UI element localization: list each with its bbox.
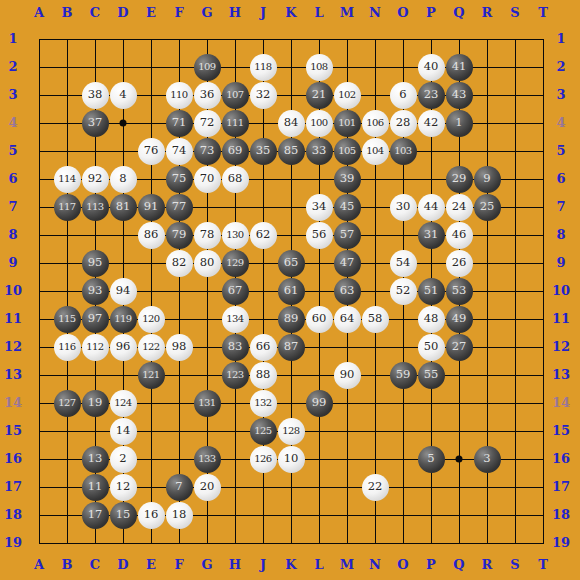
- stone-white-C3: 38: [82, 82, 109, 109]
- stone-black-K10: 61: [278, 278, 305, 305]
- stone-move-number: 57: [340, 229, 355, 241]
- coord-label-D: D: [109, 1, 137, 25]
- stone-move-number: 132: [254, 398, 271, 408]
- stone-move-number: 58: [368, 313, 383, 325]
- stone-move-number: 56: [312, 229, 327, 241]
- stone-move-number: 21: [312, 89, 327, 101]
- stone-white-Q8: 46: [446, 222, 473, 249]
- go-board-surface[interactable]: 1234567891011121314151617181920212223242…: [25, 25, 557, 557]
- stone-move-number: 74: [172, 145, 187, 157]
- stone-move-number: 20: [200, 481, 215, 493]
- stone-move-number: 2: [119, 453, 126, 465]
- stone-black-H9: 129: [222, 250, 249, 277]
- stone-move-number: 11: [88, 481, 103, 493]
- stone-move-number: 110: [170, 90, 187, 100]
- stone-white-E12: 122: [138, 334, 165, 361]
- stone-white-J13: 88: [250, 362, 277, 389]
- stone-white-B12: 116: [54, 334, 81, 361]
- stone-white-B6: 114: [54, 166, 81, 193]
- stone-move-number: 119: [114, 314, 131, 324]
- stone-white-D3: 4: [110, 82, 137, 109]
- stone-move-number: 80: [200, 257, 215, 269]
- stone-black-H5: 69: [222, 138, 249, 165]
- coord-label-G: G: [193, 1, 221, 25]
- stone-black-C4: 37: [82, 110, 109, 137]
- stone-move-number: 28: [396, 117, 411, 129]
- stone-black-L14: 99: [306, 390, 333, 417]
- stone-move-number: 133: [198, 454, 215, 464]
- stone-move-number: 25: [480, 201, 495, 213]
- stone-move-number: 52: [396, 285, 411, 297]
- coord-label-8: 8: [1, 221, 25, 249]
- stone-move-number: 105: [338, 146, 355, 156]
- stone-white-F9: 82: [166, 250, 193, 277]
- stone-black-R7: 25: [474, 194, 501, 221]
- stone-white-E5: 76: [138, 138, 165, 165]
- stone-move-number: 30: [396, 201, 411, 213]
- column-labels-top: ABCDEFGHJKLMNOPQRST: [25, 1, 557, 25]
- stone-white-C6: 92: [82, 166, 109, 193]
- coord-label-19: 19: [1, 529, 25, 557]
- stone-move-number: 123: [226, 370, 243, 380]
- stone-white-J12: 66: [250, 334, 277, 361]
- coord-label-B: B: [53, 1, 81, 25]
- stone-white-D14: 124: [110, 390, 137, 417]
- stone-move-number: 62: [256, 229, 271, 241]
- stone-move-number: 108: [310, 62, 327, 72]
- stone-move-number: 87: [284, 341, 299, 353]
- stone-black-G16: 133: [194, 446, 221, 473]
- stone-move-number: 130: [226, 230, 243, 240]
- stone-move-number: 43: [452, 89, 467, 101]
- stone-move-number: 120: [142, 314, 159, 324]
- stone-black-R6: 9: [474, 166, 501, 193]
- stone-white-P11: 48: [418, 306, 445, 333]
- stone-white-F12: 98: [166, 334, 193, 361]
- stone-black-L3: 21: [306, 82, 333, 109]
- stone-move-number: 23: [424, 89, 439, 101]
- stone-move-number: 124: [114, 398, 131, 408]
- coord-label-L: L: [305, 1, 333, 25]
- stone-white-O4: 28: [390, 110, 417, 137]
- stone-black-O5: 103: [390, 138, 417, 165]
- stone-move-number: 104: [366, 146, 383, 156]
- stone-white-G6: 70: [194, 166, 221, 193]
- stone-white-G17: 20: [194, 474, 221, 501]
- stone-white-K15: 128: [278, 418, 305, 445]
- stone-black-M8: 57: [334, 222, 361, 249]
- stone-move-number: 101: [338, 118, 355, 128]
- stone-white-G9: 80: [194, 250, 221, 277]
- stone-white-M3: 102: [334, 82, 361, 109]
- stone-black-F7: 77: [166, 194, 193, 221]
- stone-move-number: 83: [228, 341, 243, 353]
- stone-black-P10: 51: [418, 278, 445, 305]
- coord-label-K: K: [277, 1, 305, 25]
- stone-move-number: 66: [256, 341, 271, 353]
- stone-black-H13: 123: [222, 362, 249, 389]
- stone-move-number: 19: [88, 397, 103, 409]
- coord-label-S: S: [501, 1, 529, 25]
- stone-move-number: 65: [284, 257, 299, 269]
- stone-move-number: 129: [226, 258, 243, 268]
- stone-white-Q9: 26: [446, 250, 473, 277]
- stone-white-C12: 112: [82, 334, 109, 361]
- coord-label-3: 3: [1, 81, 25, 109]
- coord-label-R: R: [473, 1, 501, 25]
- stone-move-number: 67: [228, 285, 243, 297]
- stone-move-number: 82: [172, 257, 187, 269]
- coord-label-O: O: [389, 1, 417, 25]
- stone-white-F3: 110: [166, 82, 193, 109]
- stone-move-number: 59: [396, 369, 411, 381]
- coord-label-9: 9: [1, 249, 25, 277]
- stone-black-Q10: 53: [446, 278, 473, 305]
- stone-move-number: 46: [452, 229, 467, 241]
- stone-black-H10: 67: [222, 278, 249, 305]
- stone-black-L5: 33: [306, 138, 333, 165]
- coord-label-E: E: [137, 1, 165, 25]
- stone-black-M4: 101: [334, 110, 361, 137]
- stone-move-number: 34: [312, 201, 327, 213]
- stone-move-number: 40: [424, 61, 439, 73]
- stone-move-number: 86: [144, 229, 159, 241]
- stone-black-B14: 127: [54, 390, 81, 417]
- coord-label-7: 7: [1, 193, 25, 221]
- stone-black-K11: 89: [278, 306, 305, 333]
- stone-move-number: 26: [452, 257, 467, 269]
- stone-move-number: 77: [172, 201, 187, 213]
- coord-label-1: 1: [1, 25, 25, 53]
- stone-white-D17: 12: [110, 474, 137, 501]
- stone-move-number: 113: [86, 202, 103, 212]
- stone-black-M5: 105: [334, 138, 361, 165]
- stone-move-number: 10: [284, 453, 299, 465]
- stone-move-number: 41: [452, 61, 467, 73]
- stone-move-number: 47: [340, 257, 355, 269]
- stone-move-number: 97: [88, 313, 103, 325]
- stone-black-C14: 19: [82, 390, 109, 417]
- stone-move-number: 18: [172, 509, 187, 521]
- stone-white-G8: 78: [194, 222, 221, 249]
- stone-move-number: 88: [256, 369, 271, 381]
- stone-white-O9: 54: [390, 250, 417, 277]
- stone-move-number: 96: [116, 341, 131, 353]
- stone-black-J15: 125: [250, 418, 277, 445]
- stone-move-number: 42: [424, 117, 439, 129]
- stone-black-F8: 79: [166, 222, 193, 249]
- stone-white-G3: 36: [194, 82, 221, 109]
- stone-move-number: 115: [58, 314, 75, 324]
- stone-move-number: 31: [424, 229, 439, 241]
- stone-move-number: 79: [172, 229, 187, 241]
- coord-label-J: J: [249, 1, 277, 25]
- stone-black-B7: 117: [54, 194, 81, 221]
- stone-move-number: 44: [424, 201, 439, 213]
- stone-white-L2: 108: [306, 54, 333, 81]
- stone-move-number: 125: [254, 426, 271, 436]
- stone-move-number: 99: [312, 397, 327, 409]
- coord-label-C: C: [81, 1, 109, 25]
- stone-black-H4: 111: [222, 110, 249, 137]
- stone-move-number: 107: [226, 90, 243, 100]
- coord-label-17: 17: [1, 473, 25, 501]
- stone-black-K9: 65: [278, 250, 305, 277]
- stone-move-number: 73: [200, 145, 215, 157]
- stone-black-C7: 113: [82, 194, 109, 221]
- stone-white-O3: 6: [390, 82, 417, 109]
- stone-move-number: 85: [284, 145, 299, 157]
- stone-move-number: 15: [116, 509, 131, 521]
- stone-move-number: 33: [312, 145, 327, 157]
- stone-black-P3: 23: [418, 82, 445, 109]
- stone-white-D10: 94: [110, 278, 137, 305]
- stone-white-N5: 104: [362, 138, 389, 165]
- coord-label-18: 18: [1, 501, 25, 529]
- coord-label-13: 13: [1, 361, 25, 389]
- stone-move-number: 103: [394, 146, 411, 156]
- stone-move-number: 78: [200, 229, 215, 241]
- stone-white-O7: 30: [390, 194, 417, 221]
- stone-move-number: 12: [116, 481, 131, 493]
- stone-white-J14: 132: [250, 390, 277, 417]
- stone-move-number: 118: [254, 62, 271, 72]
- stone-move-number: 8: [119, 173, 126, 185]
- stone-white-N17: 22: [362, 474, 389, 501]
- stone-move-number: 49: [452, 313, 467, 325]
- stone-move-number: 127: [58, 398, 75, 408]
- coord-label-2: 2: [1, 53, 25, 81]
- coord-label-15: 15: [1, 417, 25, 445]
- stone-white-P7: 44: [418, 194, 445, 221]
- stone-white-G4: 72: [194, 110, 221, 137]
- stone-move-number: 68: [228, 173, 243, 185]
- stone-black-D11: 119: [110, 306, 137, 333]
- stone-move-number: 100: [310, 118, 327, 128]
- stone-black-K12: 87: [278, 334, 305, 361]
- stone-move-number: 60: [312, 313, 327, 325]
- stone-black-P8: 31: [418, 222, 445, 249]
- go-board: ABCDEFGHJKLMNOPQRST ABCDEFGHJKLMNOPQRST …: [0, 0, 580, 580]
- stone-white-H11: 134: [222, 306, 249, 333]
- stone-black-P16: 5: [418, 446, 445, 473]
- coord-label-16: 16: [1, 445, 25, 473]
- stone-move-number: 116: [58, 342, 75, 352]
- stone-move-number: 95: [88, 257, 103, 269]
- coord-label-N: N: [361, 1, 389, 25]
- coord-label-F: F: [165, 1, 193, 25]
- stone-move-number: 45: [340, 201, 355, 213]
- stone-move-number: 16: [144, 509, 159, 521]
- stone-white-L4: 100: [306, 110, 333, 137]
- stone-black-G2: 109: [194, 54, 221, 81]
- coord-label-4: 4: [1, 109, 25, 137]
- stone-white-P4: 42: [418, 110, 445, 137]
- stone-move-number: 51: [424, 285, 439, 297]
- stone-black-Q3: 43: [446, 82, 473, 109]
- stone-black-Q4: 1: [446, 110, 473, 137]
- stone-move-number: 27: [452, 341, 467, 353]
- stone-white-J2: 118: [250, 54, 277, 81]
- stone-black-C10: 93: [82, 278, 109, 305]
- stone-move-number: 72: [200, 117, 215, 129]
- stone-move-number: 98: [172, 341, 187, 353]
- stone-black-M7: 45: [334, 194, 361, 221]
- stone-black-D7: 81: [110, 194, 137, 221]
- stone-black-H3: 107: [222, 82, 249, 109]
- stone-move-number: 71: [172, 117, 187, 129]
- coord-label-14: 14: [1, 389, 25, 417]
- stone-black-Q6: 29: [446, 166, 473, 193]
- stone-white-F5: 74: [166, 138, 193, 165]
- stone-move-number: 17: [88, 509, 103, 521]
- stone-black-M9: 47: [334, 250, 361, 277]
- stone-black-B11: 115: [54, 306, 81, 333]
- stone-black-F6: 75: [166, 166, 193, 193]
- stone-move-number: 3: [483, 453, 490, 465]
- coord-label-5: 5: [1, 137, 25, 165]
- coord-label-P: P: [417, 1, 445, 25]
- stone-move-number: 38: [88, 89, 103, 101]
- stone-white-E11: 120: [138, 306, 165, 333]
- stone-move-number: 122: [142, 342, 159, 352]
- stone-move-number: 4: [119, 89, 126, 101]
- stone-black-Q12: 27: [446, 334, 473, 361]
- stone-move-number: 5: [427, 453, 434, 465]
- stone-move-number: 114: [58, 174, 75, 184]
- stone-move-number: 81: [116, 201, 131, 213]
- coord-label-10: 10: [1, 277, 25, 305]
- stone-white-H6: 68: [222, 166, 249, 193]
- stone-white-J3: 32: [250, 82, 277, 109]
- stone-white-L7: 34: [306, 194, 333, 221]
- stone-move-number: 112: [86, 342, 103, 352]
- stone-move-number: 134: [226, 314, 243, 324]
- stone-white-D15: 14: [110, 418, 137, 445]
- stone-move-number: 121: [142, 370, 159, 380]
- stone-move-number: 55: [424, 369, 439, 381]
- stone-move-number: 37: [88, 117, 103, 129]
- stone-black-O13: 59: [390, 362, 417, 389]
- stone-move-number: 48: [424, 313, 439, 325]
- stone-white-J8: 62: [250, 222, 277, 249]
- stone-move-number: 131: [198, 398, 215, 408]
- stone-black-H12: 83: [222, 334, 249, 361]
- stone-black-D18: 15: [110, 502, 137, 529]
- coord-label-A: A: [25, 1, 53, 25]
- stone-move-number: 1: [455, 117, 462, 129]
- stones-grid: 1234567891011121314151617181920212223242…: [25, 25, 557, 557]
- stone-white-J16: 126: [250, 446, 277, 473]
- coord-label-T: T: [529, 1, 557, 25]
- row-labels-left: 12345678910111213141516171819: [1, 25, 25, 557]
- stone-black-M10: 63: [334, 278, 361, 305]
- stone-move-number: 89: [284, 313, 299, 325]
- stone-black-Q11: 49: [446, 306, 473, 333]
- stone-move-number: 53: [452, 285, 467, 297]
- coord-label-6: 6: [1, 165, 25, 193]
- stone-white-L8: 56: [306, 222, 333, 249]
- stone-move-number: 6: [399, 89, 406, 101]
- stone-move-number: 32: [256, 89, 271, 101]
- stone-white-O10: 52: [390, 278, 417, 305]
- stone-move-number: 106: [366, 118, 383, 128]
- stone-black-J5: 35: [250, 138, 277, 165]
- stone-black-C11: 97: [82, 306, 109, 333]
- stone-move-number: 29: [452, 173, 467, 185]
- stone-move-number: 64: [340, 313, 355, 325]
- stone-move-number: 117: [58, 202, 75, 212]
- stone-move-number: 90: [340, 369, 355, 381]
- stone-move-number: 94: [116, 285, 131, 297]
- stone-black-R16: 3: [474, 446, 501, 473]
- stone-white-P12: 50: [418, 334, 445, 361]
- stone-move-number: 69: [228, 145, 243, 157]
- stone-move-number: 75: [172, 173, 187, 185]
- stone-white-M11: 64: [334, 306, 361, 333]
- stone-move-number: 61: [284, 285, 299, 297]
- stone-black-K5: 85: [278, 138, 305, 165]
- stone-white-H8: 130: [222, 222, 249, 249]
- stone-black-Q2: 41: [446, 54, 473, 81]
- stone-white-K4: 84: [278, 110, 305, 137]
- stone-white-E8: 86: [138, 222, 165, 249]
- stone-white-Q7: 24: [446, 194, 473, 221]
- stone-move-number: 13: [88, 453, 103, 465]
- stone-move-number: 76: [144, 145, 159, 157]
- stone-black-F17: 7: [166, 474, 193, 501]
- stone-move-number: 50: [424, 341, 439, 353]
- coord-label-12: 12: [1, 333, 25, 361]
- coord-label-Q: Q: [445, 1, 473, 25]
- stone-white-N4: 106: [362, 110, 389, 137]
- stone-black-C16: 13: [82, 446, 109, 473]
- stone-white-D16: 2: [110, 446, 137, 473]
- stone-black-E7: 91: [138, 194, 165, 221]
- stone-move-number: 24: [452, 201, 467, 213]
- stone-move-number: 111: [226, 118, 243, 128]
- stone-black-P13: 55: [418, 362, 445, 389]
- stone-move-number: 22: [368, 481, 383, 493]
- stone-move-number: 84: [284, 117, 299, 129]
- stone-black-E13: 121: [138, 362, 165, 389]
- stone-black-C17: 11: [82, 474, 109, 501]
- stone-white-D12: 96: [110, 334, 137, 361]
- stone-move-number: 93: [88, 285, 103, 297]
- stone-white-E18: 16: [138, 502, 165, 529]
- stone-white-M13: 90: [334, 362, 361, 389]
- stone-move-number: 7: [175, 481, 182, 493]
- stone-black-C9: 95: [82, 250, 109, 277]
- stone-move-number: 54: [396, 257, 411, 269]
- stone-move-number: 128: [282, 426, 299, 436]
- stone-black-G14: 131: [194, 390, 221, 417]
- stone-move-number: 92: [88, 173, 103, 185]
- stone-move-number: 14: [116, 425, 131, 437]
- coord-label-M: M: [333, 1, 361, 25]
- stone-move-number: 109: [198, 62, 215, 72]
- stone-move-number: 35: [256, 145, 271, 157]
- stone-white-D6: 8: [110, 166, 137, 193]
- stone-move-number: 36: [200, 89, 215, 101]
- stone-black-M6: 39: [334, 166, 361, 193]
- stone-white-N11: 58: [362, 306, 389, 333]
- stone-white-K16: 10: [278, 446, 305, 473]
- stone-black-C18: 17: [82, 502, 109, 529]
- stone-move-number: 70: [200, 173, 215, 185]
- stone-move-number: 91: [144, 201, 159, 213]
- stone-white-F18: 18: [166, 502, 193, 529]
